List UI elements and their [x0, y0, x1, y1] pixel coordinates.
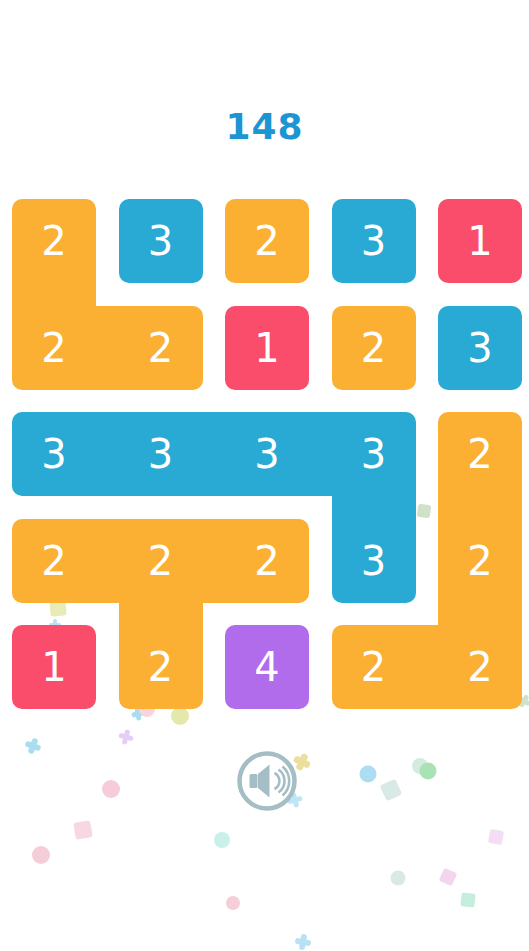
confetti-cross [294, 933, 313, 951]
confetti-circle [32, 846, 50, 864]
merged-tile-bridge [82, 412, 133, 496]
tile-r4c2[interactable] [225, 625, 309, 709]
merged-tile-bridge [189, 412, 240, 496]
confetti-square [488, 829, 504, 845]
confetti-circle [102, 780, 120, 798]
tile-r4c0[interactable] [12, 625, 96, 709]
confetti-diamond [380, 779, 403, 802]
merged-tile-bridge [82, 306, 133, 390]
confetti-circle [391, 871, 406, 886]
confetti-circle [226, 896, 240, 910]
merged-tile-bridge [438, 482, 522, 533]
score: 148 [0, 106, 529, 147]
tile-r1c2[interactable] [225, 306, 309, 390]
confetti-circle [360, 766, 377, 783]
confetti-cross [117, 728, 135, 746]
confetti-circle [214, 832, 230, 848]
merged-tile-bridge [119, 589, 203, 640]
game-board: 2323122123333322223212422 [12, 199, 522, 710]
confetti-circle [420, 763, 437, 780]
confetti-square [439, 868, 458, 887]
tile-r0c4[interactable] [438, 199, 522, 283]
sound-button[interactable] [236, 750, 298, 812]
tile-r1c4[interactable] [438, 306, 522, 390]
confetti-diamond [73, 820, 93, 840]
tile-r0c3[interactable] [332, 199, 416, 283]
speaker-icon [236, 750, 298, 812]
confetti-square [460, 892, 475, 907]
confetti-cross [23, 736, 44, 757]
merged-tile-bridge [402, 625, 453, 709]
merged-tile-bridge [332, 482, 416, 533]
tile-r0c1[interactable] [119, 199, 203, 283]
tile-r1c3[interactable] [332, 306, 416, 390]
tile-r0c2[interactable] [225, 199, 309, 283]
